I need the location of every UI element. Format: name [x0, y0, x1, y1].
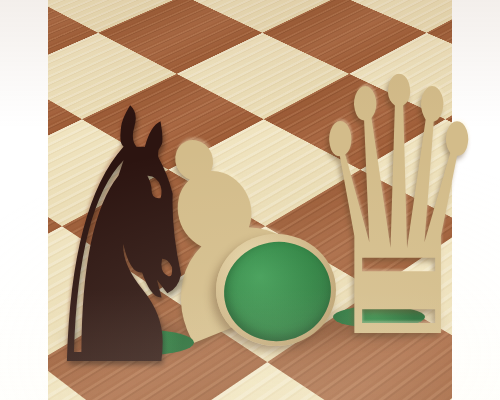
board-grid — [48, 0, 452, 400]
board-scene — [48, 0, 452, 400]
chess-photo: ♛ ♟ ♞ — [0, 0, 500, 400]
